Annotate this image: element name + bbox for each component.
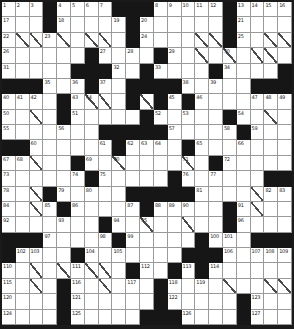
cell-r10c6[interactable]: [71, 140, 85, 155]
cell-r9c15[interactable]: [195, 125, 209, 140]
cell-r9c13[interactable]: 57: [168, 125, 182, 140]
cell-r15c4[interactable]: [43, 217, 57, 232]
cell-r20c21[interactable]: [278, 294, 292, 309]
cell-r9c2[interactable]: [16, 125, 30, 140]
cell-r15c21[interactable]: [278, 217, 292, 232]
cell-r17c4[interactable]: [43, 248, 57, 263]
cell-r14c8[interactable]: [99, 202, 113, 217]
slash-cell-r7c11[interactable]: [140, 94, 154, 109]
cell-r19c14[interactable]: [182, 279, 196, 294]
cell-r5c2[interactable]: [16, 64, 30, 79]
cell-r14c1[interactable]: 84: [2, 202, 16, 217]
cell-r8c18[interactable]: 54: [237, 110, 251, 125]
cell-r14c4[interactable]: 85: [43, 202, 57, 217]
cell-r9c1[interactable]: 55: [2, 125, 16, 140]
slash-cell-r13c19[interactable]: [251, 187, 265, 202]
cell-r14c6[interactable]: 86: [71, 202, 85, 217]
cell-r4c8[interactable]: 27: [99, 48, 113, 63]
cell-r9c3[interactable]: [30, 125, 44, 140]
cell-r14c21[interactable]: [278, 202, 292, 217]
cell-r17c17[interactable]: 106: [223, 248, 237, 263]
cell-r7c20[interactable]: 48: [264, 94, 278, 109]
slash-cell-r3c3[interactable]: [30, 33, 44, 48]
slash-cell-r7c8[interactable]: [99, 94, 113, 109]
cell-r16c6[interactable]: [71, 233, 85, 248]
cell-r10c8[interactable]: 61: [99, 140, 113, 155]
cell-r12c12[interactable]: [154, 171, 168, 186]
cell-r10c20[interactable]: [264, 140, 278, 155]
cell-r4c10[interactable]: 28: [126, 48, 140, 63]
cell-r13c20[interactable]: 82: [264, 187, 278, 202]
slash-cell-r18c5[interactable]: [57, 263, 71, 278]
cell-r2c2[interactable]: [16, 17, 30, 32]
cell-r19c7[interactable]: [85, 279, 99, 294]
cell-r11c12[interactable]: [154, 156, 168, 171]
cell-r4c16[interactable]: [209, 48, 223, 63]
cell-r21c7[interactable]: [85, 310, 99, 325]
cell-r13c17[interactable]: [223, 187, 237, 202]
cell-r14c18[interactable]: 91: [237, 202, 251, 217]
cell-r12c9[interactable]: [112, 171, 126, 186]
cell-r14c13[interactable]: 89: [168, 202, 182, 217]
cell-r11c13[interactable]: [168, 156, 182, 171]
cell-r18c19[interactable]: [251, 263, 265, 278]
cell-r13c21[interactable]: 83: [278, 187, 292, 202]
cell-r1c15[interactable]: 11: [195, 2, 209, 17]
cell-r3c14[interactable]: [182, 33, 196, 48]
cell-r8c7[interactable]: [85, 110, 99, 125]
cell-r8c14[interactable]: 53: [182, 110, 196, 125]
slash-cell-r13c3[interactable]: [30, 187, 44, 202]
cell-r11c18[interactable]: [237, 156, 251, 171]
cell-r3c18[interactable]: 25: [237, 33, 251, 48]
slash-cell-r18c7[interactable]: [85, 263, 99, 278]
cell-r4c4[interactable]: [43, 48, 57, 63]
slash-cell-r8c20[interactable]: [264, 110, 278, 125]
cell-r20c10[interactable]: [126, 294, 140, 309]
cell-r9c16[interactable]: [209, 125, 223, 140]
cell-r18c12[interactable]: [154, 263, 168, 278]
cell-r12c4[interactable]: [43, 171, 57, 186]
cell-r21c17[interactable]: [223, 310, 237, 325]
cell-r17c8[interactable]: [99, 248, 113, 263]
cell-r15c7[interactable]: [85, 217, 99, 232]
cell-r10c7[interactable]: [85, 140, 99, 155]
cell-r17c12[interactable]: [154, 248, 168, 263]
cell-r11c7[interactable]: 69: [85, 156, 99, 171]
cell-r21c15[interactable]: [195, 310, 209, 325]
cell-r11c8[interactable]: [99, 156, 113, 171]
cell-r10c10[interactable]: 62: [126, 140, 140, 155]
cell-r18c4[interactable]: [43, 263, 57, 278]
cell-r18c18[interactable]: [237, 263, 251, 278]
cell-r14c2[interactable]: [16, 202, 30, 217]
cell-r8c4[interactable]: [43, 110, 57, 125]
cell-r20c9[interactable]: [112, 294, 126, 309]
cell-r11c11[interactable]: [140, 156, 154, 171]
slash-cell-r14c3[interactable]: [30, 202, 44, 217]
cell-r6c18[interactable]: [237, 79, 251, 94]
cell-r8c9[interactable]: [112, 110, 126, 125]
cell-r15c10[interactable]: [126, 217, 140, 232]
cell-r16c10[interactable]: 99: [126, 233, 140, 248]
cell-r9c17[interactable]: 58: [223, 125, 237, 140]
cell-r12c14[interactable]: 76: [182, 171, 196, 186]
cell-r14c12[interactable]: 88: [154, 202, 168, 217]
cell-r11c5[interactable]: [57, 156, 71, 171]
cell-r2c5[interactable]: 18: [57, 17, 71, 32]
cell-r15c18[interactable]: 96: [237, 217, 251, 232]
cell-r19c15[interactable]: 119: [195, 279, 209, 294]
cell-r14c14[interactable]: 90: [182, 202, 196, 217]
cell-r6c9[interactable]: [112, 79, 126, 94]
cell-r16c12[interactable]: [154, 233, 168, 248]
cell-r1c19[interactable]: 14: [251, 2, 265, 17]
cell-r14c16[interactable]: [209, 202, 223, 217]
cell-r10c21[interactable]: [278, 140, 292, 155]
cell-r19c2[interactable]: [16, 279, 30, 294]
cell-r16c13[interactable]: [168, 233, 182, 248]
cell-r12c2[interactable]: [16, 171, 30, 186]
cell-r11c21[interactable]: [278, 156, 292, 171]
cell-r2c13[interactable]: [168, 17, 182, 32]
cell-r14c10[interactable]: 87: [126, 202, 140, 217]
cell-r13c9[interactable]: [112, 187, 126, 202]
slash-cell-r18c3[interactable]: [30, 263, 44, 278]
cell-r17c2[interactable]: 102: [16, 248, 30, 263]
cell-r14c9[interactable]: [112, 202, 126, 217]
cell-r19c4[interactable]: [43, 279, 57, 294]
cell-r11c10[interactable]: [126, 156, 140, 171]
cell-r12c10[interactable]: [126, 171, 140, 186]
cell-r15c20[interactable]: [264, 217, 278, 232]
cell-r21c16[interactable]: [209, 310, 223, 325]
cell-r9c21[interactable]: [278, 125, 292, 140]
slash-cell-r4c15[interactable]: [195, 48, 209, 63]
cell-r3c4[interactable]: 23: [43, 33, 57, 48]
cell-r1c5[interactable]: 4: [57, 2, 71, 17]
cell-r21c9[interactable]: [112, 310, 126, 325]
cell-r12c16[interactable]: 77: [209, 171, 223, 186]
cell-r17c20[interactable]: 108: [264, 248, 278, 263]
cell-r17c9[interactable]: 105: [112, 248, 126, 263]
cell-r7c6[interactable]: 43: [71, 94, 85, 109]
cell-r4c18[interactable]: [237, 48, 251, 63]
cell-r2c7[interactable]: [85, 17, 99, 32]
cell-r18c17[interactable]: [223, 263, 237, 278]
cell-r2c18[interactable]: 21: [237, 17, 251, 32]
cell-r18c14[interactable]: 113: [182, 263, 196, 278]
cell-r6c14[interactable]: 38: [182, 79, 196, 94]
cell-r20c14[interactable]: [182, 294, 196, 309]
cell-r10c11[interactable]: 63: [140, 140, 154, 155]
cell-r1c8[interactable]: 7: [99, 2, 113, 17]
cell-r11c17[interactable]: 72: [223, 156, 237, 171]
cell-r21c14[interactable]: 126: [182, 310, 196, 325]
cell-r5c15[interactable]: [195, 64, 209, 79]
cell-r15c19[interactable]: [251, 217, 265, 232]
cell-r15c6[interactable]: [71, 217, 85, 232]
cell-r1c3[interactable]: 3: [30, 2, 44, 17]
cell-r10c3[interactable]: 60: [30, 140, 44, 155]
cell-r1c21[interactable]: 16: [278, 2, 292, 17]
cell-r8c12[interactable]: 52: [154, 110, 168, 125]
cell-r5c4[interactable]: [43, 64, 57, 79]
cell-r20c20[interactable]: [264, 294, 278, 309]
cell-r7c3[interactable]: 42: [30, 94, 44, 109]
cell-r15c15[interactable]: [195, 217, 209, 232]
cell-r4c9[interactable]: [112, 48, 126, 63]
cell-r19c1[interactable]: 115: [2, 279, 16, 294]
slash-cell-r3c20[interactable]: [264, 33, 278, 48]
cell-r16c8[interactable]: 98: [99, 233, 113, 248]
slash-cell-r3c2[interactable]: [16, 33, 30, 48]
cell-r2c11[interactable]: 20: [140, 17, 154, 32]
cell-r18c21[interactable]: [278, 263, 292, 278]
cell-r1c7[interactable]: 6: [85, 2, 99, 17]
cell-r3c11[interactable]: 24: [140, 33, 154, 48]
cell-r5c5[interactable]: [57, 64, 71, 79]
cell-r12c6[interactable]: 74: [71, 171, 85, 186]
slash-cell-r19c20[interactable]: [264, 279, 278, 294]
slash-cell-r4c19[interactable]: [251, 48, 265, 63]
cell-r5c10[interactable]: [126, 64, 140, 79]
cell-r16c7[interactable]: [85, 233, 99, 248]
cell-r5c14[interactable]: [182, 64, 196, 79]
cell-r20c6[interactable]: 121: [71, 294, 85, 309]
cell-r17c11[interactable]: [140, 248, 154, 263]
cell-r2c12[interactable]: [154, 17, 168, 32]
cell-r2c1[interactable]: 17: [2, 17, 16, 32]
cell-r18c20[interactable]: [264, 263, 278, 278]
cell-r12c11[interactable]: [140, 171, 154, 186]
cell-r1c18[interactable]: 13: [237, 2, 251, 17]
cell-r11c15[interactable]: [195, 156, 209, 171]
cell-r2c19[interactable]: [251, 17, 265, 32]
cell-r7c4[interactable]: [43, 94, 57, 109]
cell-r5c20[interactable]: [264, 64, 278, 79]
cell-r13c1[interactable]: 78: [2, 187, 16, 202]
cell-r4c13[interactable]: 29: [168, 48, 182, 63]
slash-cell-r11c14[interactable]: 71: [182, 156, 196, 171]
cell-r20c7[interactable]: [85, 294, 99, 309]
cell-r6c6[interactable]: 36: [71, 79, 85, 94]
cell-r16c17[interactable]: 101: [223, 233, 237, 248]
cell-r15c12[interactable]: [154, 217, 168, 232]
cell-r12c15[interactable]: [195, 171, 209, 186]
cell-r8c21[interactable]: [278, 110, 292, 125]
cell-r13c15[interactable]: 81: [195, 187, 209, 202]
cell-r12c3[interactable]: [30, 171, 44, 186]
cell-r9c6[interactable]: [71, 125, 85, 140]
cell-r5c3[interactable]: [30, 64, 44, 79]
cell-r18c11[interactable]: 112: [140, 263, 154, 278]
cell-r4c5[interactable]: [57, 48, 71, 63]
cell-r16c18[interactable]: [237, 233, 251, 248]
cell-r17c7[interactable]: 104: [85, 248, 99, 263]
cell-r3c9[interactable]: [112, 33, 126, 48]
cell-r21c3[interactable]: [30, 310, 44, 325]
cell-r3c12[interactable]: [154, 33, 168, 48]
cell-r16c14[interactable]: [182, 233, 196, 248]
cell-r7c9[interactable]: [112, 94, 126, 109]
slash-cell-r11c9[interactable]: 70: [112, 156, 126, 171]
cell-r4c21[interactable]: [278, 48, 292, 63]
cell-r15c16[interactable]: [209, 217, 223, 232]
cell-r1c20[interactable]: 15: [264, 2, 278, 17]
slash-cell-r4c20[interactable]: [264, 48, 278, 63]
cell-r4c2[interactable]: [16, 48, 30, 63]
cell-r20c11[interactable]: [140, 294, 154, 309]
cell-r19c10[interactable]: 117: [126, 279, 140, 294]
slash-cell-r7c7[interactable]: 44: [85, 94, 99, 109]
cell-r13c16[interactable]: [209, 187, 223, 202]
cell-r20c8[interactable]: [99, 294, 113, 309]
slash-cell-r11c3[interactable]: [30, 156, 44, 171]
cell-r2c8[interactable]: [99, 17, 113, 32]
cell-r18c1[interactable]: 110: [2, 263, 16, 278]
cell-r10c19[interactable]: [251, 140, 265, 155]
cell-r19c9[interactable]: [112, 279, 126, 294]
cell-r21c10[interactable]: [126, 310, 140, 325]
cell-r10c15[interactable]: 65: [195, 140, 209, 155]
cell-r9c5[interactable]: 56: [57, 125, 71, 140]
cell-r14c7[interactable]: [85, 202, 99, 217]
cell-r7c16[interactable]: [209, 94, 223, 109]
cell-r1c14[interactable]: 10: [182, 2, 196, 17]
cell-r21c6[interactable]: 125: [71, 310, 85, 325]
slash-cell-r4c17[interactable]: 30: [223, 48, 237, 63]
slash-cell-r19c21[interactable]: [278, 279, 292, 294]
slash-cell-r8c3[interactable]: [30, 110, 44, 125]
cell-r10c5[interactable]: [57, 140, 71, 155]
cell-r19c16[interactable]: [209, 279, 223, 294]
cell-r18c2[interactable]: [16, 263, 30, 278]
cell-r15c9[interactable]: 94: [112, 217, 126, 232]
cell-r20c4[interactable]: [43, 294, 57, 309]
cell-r12c17[interactable]: [223, 171, 237, 186]
cell-r12c8[interactable]: 75: [99, 171, 113, 186]
cell-r1c1[interactable]: 1: [2, 2, 16, 17]
cell-r10c12[interactable]: 64: [154, 140, 168, 155]
slash-cell-r14c19[interactable]: [251, 202, 265, 217]
slash-cell-r19c8[interactable]: [99, 279, 113, 294]
cell-r11c2[interactable]: 68: [16, 156, 30, 171]
cell-r11c1[interactable]: 67: [2, 156, 16, 171]
cell-r1c12[interactable]: 8: [154, 2, 168, 17]
cell-r6c5[interactable]: [57, 79, 71, 94]
cell-r5c9[interactable]: 32: [112, 64, 126, 79]
cell-r7c2[interactable]: 41: [16, 94, 30, 109]
cell-r2c6[interactable]: [71, 17, 85, 32]
cell-r13c8[interactable]: [99, 187, 113, 202]
cell-r8c13[interactable]: [168, 110, 182, 125]
cell-r8c1[interactable]: 50: [2, 110, 16, 125]
cell-r6c4[interactable]: 35: [43, 79, 57, 94]
cell-r1c13[interactable]: 9: [168, 2, 182, 17]
cell-r7c19[interactable]: 47: [251, 94, 265, 109]
cell-r20c17[interactable]: [223, 294, 237, 309]
cell-r8c19[interactable]: [251, 110, 265, 125]
cell-r18c16[interactable]: 114: [209, 263, 223, 278]
cell-r20c15[interactable]: [195, 294, 209, 309]
cell-r3c1[interactable]: 22: [2, 33, 16, 48]
cell-r9c19[interactable]: 59: [251, 125, 265, 140]
cell-r7c13[interactable]: 45: [168, 94, 182, 109]
cell-r2c20[interactable]: [264, 17, 278, 32]
cell-r3c19[interactable]: [251, 33, 265, 48]
cell-r12c5[interactable]: [57, 171, 71, 186]
cell-r17c10[interactable]: [126, 248, 140, 263]
cell-r10c18[interactable]: 66: [237, 140, 251, 155]
cell-r8c6[interactable]: 51: [71, 110, 85, 125]
cell-r9c7[interactable]: [85, 125, 99, 140]
cell-r15c5[interactable]: 93: [57, 217, 71, 232]
cell-r10c16[interactable]: [209, 140, 223, 155]
cell-r2c16[interactable]: [209, 17, 223, 32]
cell-r6c16[interactable]: 39: [209, 79, 223, 94]
slash-cell-r18c8[interactable]: [99, 263, 113, 278]
cell-r6c15[interactable]: [195, 79, 209, 94]
cell-r7c17[interactable]: [223, 94, 237, 109]
cell-r1c16[interactable]: 12: [209, 2, 223, 17]
cell-r11c19[interactable]: [251, 156, 265, 171]
cell-r21c8[interactable]: [99, 310, 113, 325]
cell-r7c21[interactable]: 49: [278, 94, 292, 109]
cell-r12c19[interactable]: [251, 171, 265, 186]
slash-cell-r3c8[interactable]: [99, 33, 113, 48]
cell-r16c11[interactable]: [140, 233, 154, 248]
cell-r6c17[interactable]: [223, 79, 237, 94]
cell-r19c6[interactable]: 116: [71, 279, 85, 294]
cell-r14c15[interactable]: [195, 202, 209, 217]
cell-r11c4[interactable]: [43, 156, 57, 171]
cell-r21c1[interactable]: 124: [2, 310, 16, 325]
cell-r5c1[interactable]: 31: [2, 64, 16, 79]
cell-r15c2[interactable]: [16, 217, 30, 232]
cell-r4c3[interactable]: [30, 48, 44, 63]
cell-r9c4[interactable]: [43, 125, 57, 140]
cell-r17c3[interactable]: 103: [30, 248, 44, 263]
cell-r10c13[interactable]: [168, 140, 182, 155]
cell-r19c19[interactable]: [251, 279, 265, 294]
cell-r17c13[interactable]: [168, 248, 182, 263]
slash-cell-r3c16[interactable]: [209, 33, 223, 48]
cell-r12c18[interactable]: [237, 171, 251, 186]
cell-r3c13[interactable]: [168, 33, 182, 48]
cell-r19c18[interactable]: [237, 279, 251, 294]
slash-cell-r3c21[interactable]: [278, 33, 292, 48]
slash-cell-r19c17[interactable]: [223, 279, 237, 294]
cell-r20c13[interactable]: 122: [168, 294, 182, 309]
cell-r15c13[interactable]: [168, 217, 182, 232]
cell-r5c13[interactable]: [168, 64, 182, 79]
cell-r19c13[interactable]: 118: [168, 279, 182, 294]
cell-r7c15[interactable]: 46: [195, 94, 209, 109]
cell-r10c17[interactable]: [223, 140, 237, 155]
cell-r13c5[interactable]: 79: [57, 187, 71, 202]
cell-r18c9[interactable]: [112, 263, 126, 278]
slash-cell-r3c5[interactable]: [57, 33, 71, 48]
cell-r12c1[interactable]: 73: [2, 171, 16, 186]
cell-r19c11[interactable]: [140, 279, 154, 294]
cell-r5c12[interactable]: 33: [154, 64, 168, 79]
cell-r16c4[interactable]: 97: [43, 233, 57, 248]
cell-r21c4[interactable]: [43, 310, 57, 325]
slash-cell-r15c14[interactable]: [182, 217, 196, 232]
cell-r13c7[interactable]: 80: [85, 187, 99, 202]
cell-r2c14[interactable]: [182, 17, 196, 32]
